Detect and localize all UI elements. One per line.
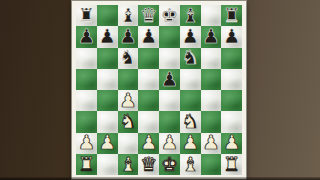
square-b6[interactable] <box>97 48 118 69</box>
square-e1[interactable]: ♚ <box>159 154 180 175</box>
square-f6[interactable]: ♞ <box>180 48 201 69</box>
square-h1[interactable]: ♜ <box>221 154 242 175</box>
square-b4[interactable] <box>97 90 118 111</box>
square-e5[interactable]: ♟ <box>159 69 180 90</box>
piece-black-knight[interactable]: ♞ <box>181 48 198 68</box>
square-h6[interactable] <box>221 48 242 69</box>
square-g1[interactable] <box>201 154 222 175</box>
piece-white-rook[interactable]: ♜ <box>223 154 240 174</box>
square-c6[interactable]: ♞ <box>118 48 139 69</box>
square-g7[interactable]: ♟ <box>201 26 222 47</box>
piece-white-pawn[interactable]: ♟ <box>181 133 198 153</box>
square-g8[interactable] <box>201 5 222 26</box>
piece-white-bishop[interactable]: ♝ <box>181 154 198 174</box>
square-f3[interactable]: ♞ <box>180 111 201 132</box>
square-a6[interactable] <box>76 48 97 69</box>
square-a5[interactable] <box>76 69 97 90</box>
chess-board-frame: ♜♝♛♚♝♜♟♟♟♟♟♟♟♞♞♟♟♞♞♟♟♟♟♟♟♟♜♝♛♚♝♜ <box>72 1 246 179</box>
square-a2[interactable]: ♟ <box>76 133 97 154</box>
piece-white-king[interactable]: ♚ <box>161 154 178 174</box>
piece-black-bishop[interactable]: ♝ <box>119 5 136 25</box>
square-e4[interactable] <box>159 90 180 111</box>
piece-black-knight[interactable]: ♞ <box>119 48 136 68</box>
square-h7[interactable]: ♟ <box>221 26 242 47</box>
piece-black-pawn[interactable]: ♟ <box>119 27 136 47</box>
square-g3[interactable] <box>201 111 222 132</box>
chess-board: ♜♝♛♚♝♜♟♟♟♟♟♟♟♞♞♟♟♞♞♟♟♟♟♟♟♟♜♝♛♚♝♜ <box>76 5 242 175</box>
square-f7[interactable]: ♟ <box>180 26 201 47</box>
piece-white-knight[interactable]: ♞ <box>119 112 136 132</box>
square-h4[interactable] <box>221 90 242 111</box>
square-b8[interactable] <box>97 5 118 26</box>
square-g4[interactable] <box>201 90 222 111</box>
piece-black-pawn[interactable]: ♟ <box>202 27 219 47</box>
piece-white-pawn[interactable]: ♟ <box>98 133 115 153</box>
square-a3[interactable] <box>76 111 97 132</box>
square-f8[interactable]: ♝ <box>180 5 201 26</box>
square-g6[interactable] <box>201 48 222 69</box>
piece-black-pawn[interactable]: ♟ <box>223 27 240 47</box>
square-d4[interactable] <box>138 90 159 111</box>
square-d7[interactable]: ♟ <box>138 26 159 47</box>
square-d2[interactable]: ♟ <box>138 133 159 154</box>
letterbox-bottom <box>0 177 320 180</box>
piece-black-pawn[interactable]: ♟ <box>78 27 95 47</box>
square-a8[interactable]: ♜ <box>76 5 97 26</box>
square-c8[interactable]: ♝ <box>118 5 139 26</box>
square-e6[interactable] <box>159 48 180 69</box>
square-b1[interactable] <box>97 154 118 175</box>
piece-black-bishop[interactable]: ♝ <box>181 5 198 25</box>
square-c3[interactable]: ♞ <box>118 111 139 132</box>
square-d6[interactable] <box>138 48 159 69</box>
square-a4[interactable] <box>76 90 97 111</box>
square-g2[interactable]: ♟ <box>201 133 222 154</box>
square-f4[interactable] <box>180 90 201 111</box>
video-frame: ♜♝♛♚♝♜♟♟♟♟♟♟♟♞♞♟♟♞♞♟♟♟♟♟♟♟♜♝♛♚♝♜ <box>0 0 320 180</box>
square-c2[interactable] <box>118 133 139 154</box>
square-d5[interactable] <box>138 69 159 90</box>
square-h5[interactable] <box>221 69 242 90</box>
piece-white-pawn[interactable]: ♟ <box>140 133 157 153</box>
piece-white-queen[interactable]: ♛ <box>140 154 157 174</box>
piece-black-pawn[interactable]: ♟ <box>98 27 115 47</box>
square-c7[interactable]: ♟ <box>118 26 139 47</box>
square-e3[interactable] <box>159 111 180 132</box>
piece-black-pawn[interactable]: ♟ <box>181 27 198 47</box>
square-h8[interactable]: ♜ <box>221 5 242 26</box>
square-d8[interactable]: ♛ <box>138 5 159 26</box>
square-c1[interactable]: ♝ <box>118 154 139 175</box>
square-h2[interactable]: ♟ <box>221 133 242 154</box>
square-f2[interactable]: ♟ <box>180 133 201 154</box>
square-b3[interactable] <box>97 111 118 132</box>
square-e2[interactable]: ♟ <box>159 133 180 154</box>
square-e8[interactable]: ♚ <box>159 5 180 26</box>
square-f1[interactable]: ♝ <box>180 154 201 175</box>
piece-black-queen[interactable]: ♛ <box>140 5 157 25</box>
piece-black-pawn[interactable]: ♟ <box>161 69 178 89</box>
square-d1[interactable]: ♛ <box>138 154 159 175</box>
piece-white-pawn[interactable]: ♟ <box>78 133 95 153</box>
square-b7[interactable]: ♟ <box>97 26 118 47</box>
piece-white-pawn[interactable]: ♟ <box>202 133 219 153</box>
piece-black-pawn[interactable]: ♟ <box>140 27 157 47</box>
piece-black-rook[interactable]: ♜ <box>223 5 240 25</box>
piece-white-pawn[interactable]: ♟ <box>161 133 178 153</box>
piece-white-rook[interactable]: ♜ <box>78 154 95 174</box>
square-f5[interactable] <box>180 69 201 90</box>
piece-white-pawn[interactable]: ♟ <box>223 133 240 153</box>
square-h3[interactable] <box>221 111 242 132</box>
piece-white-knight[interactable]: ♞ <box>181 112 198 132</box>
square-e7[interactable] <box>159 26 180 47</box>
piece-white-pawn[interactable]: ♟ <box>119 90 136 110</box>
square-b2[interactable]: ♟ <box>97 133 118 154</box>
piece-black-rook[interactable]: ♜ <box>78 5 95 25</box>
square-g5[interactable] <box>201 69 222 90</box>
piece-black-king[interactable]: ♚ <box>161 5 178 25</box>
square-d3[interactable] <box>138 111 159 132</box>
square-c5[interactable] <box>118 69 139 90</box>
square-a1[interactable]: ♜ <box>76 154 97 175</box>
square-c4[interactable]: ♟ <box>118 90 139 111</box>
square-a7[interactable]: ♟ <box>76 26 97 47</box>
square-b5[interactable] <box>97 69 118 90</box>
piece-white-bishop[interactable]: ♝ <box>119 154 136 174</box>
